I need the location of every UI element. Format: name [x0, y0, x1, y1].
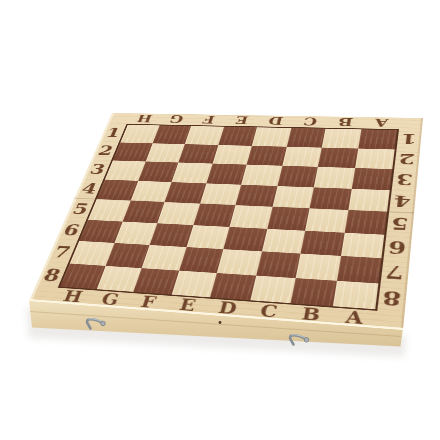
square: [277, 166, 318, 187]
square: [348, 189, 390, 212]
square: [218, 127, 257, 146]
coordinate-label: B: [330, 116, 361, 128]
square: [332, 280, 378, 309]
coordinate-label: 2: [395, 149, 419, 170]
front-face-dot: [219, 321, 222, 324]
square: [230, 205, 273, 228]
square: [301, 230, 345, 255]
square: [250, 275, 296, 303]
coordinate-label: F: [193, 114, 224, 126]
square: [241, 165, 282, 186]
board-squares-grid: [58, 124, 399, 311]
coordinate-label: 1: [397, 129, 420, 149]
square: [340, 232, 384, 258]
square: [318, 147, 358, 168]
square: [322, 129, 361, 149]
square: [217, 249, 262, 275]
square: [267, 207, 310, 231]
square: [247, 146, 287, 166]
square: [305, 208, 348, 232]
square: [314, 167, 355, 189]
coordinate-label: 7: [381, 259, 408, 286]
square: [261, 229, 305, 254]
square: [223, 227, 267, 252]
square: [337, 256, 382, 283]
square: [186, 225, 229, 249]
coordinate-label: H: [129, 113, 159, 124]
square: [291, 278, 337, 306]
product-photo-stage: HGFEDCBA HGFEDCBA 12345678 12345678: [0, 0, 440, 440]
square: [212, 145, 252, 165]
coordinate-label: D: [260, 115, 291, 127]
square: [355, 148, 395, 169]
coordinate-label: E: [227, 114, 258, 126]
square: [282, 146, 322, 166]
square: [358, 129, 397, 149]
square: [296, 254, 341, 281]
square: [252, 127, 291, 146]
square: [272, 186, 314, 209]
coordinate-label: 4: [390, 190, 415, 213]
coordinate-label: 8: [378, 284, 406, 312]
square: [286, 128, 325, 147]
square: [344, 210, 387, 234]
coordinate-label: G: [161, 113, 191, 125]
coordinate-label: 3: [392, 169, 416, 191]
square: [193, 204, 235, 227]
square: [235, 184, 277, 206]
square: [310, 187, 352, 210]
square: [351, 168, 392, 190]
square: [206, 164, 247, 185]
square: [200, 183, 242, 205]
coordinate-label: 6: [384, 235, 410, 261]
coordinate-label: 5: [387, 212, 413, 236]
square: [256, 251, 301, 277]
coordinate-label: C: [295, 116, 326, 128]
coordinate-label: A: [366, 117, 397, 129]
square: [210, 273, 256, 301]
